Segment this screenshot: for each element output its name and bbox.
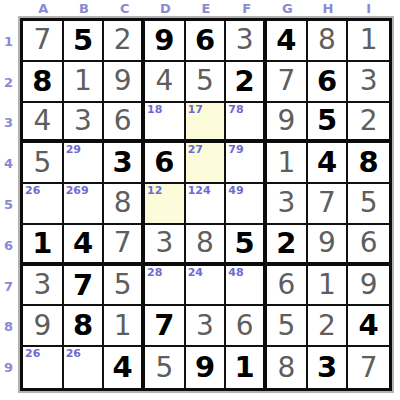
cell-D5[interactable]: 12	[145, 184, 186, 225]
cell-value: 8	[32, 67, 52, 96]
cell-I7[interactable]: 9	[348, 266, 389, 307]
cell-value: 8	[359, 148, 379, 177]
column-label-D: D	[145, 1, 186, 17]
pencil-marks: 27	[188, 144, 203, 156]
cell-F7[interactable]: 48	[226, 266, 267, 307]
cell-value: 3	[360, 67, 378, 95]
cell-I9[interactable]: 7	[348, 347, 389, 388]
cell-value: 2	[276, 229, 296, 258]
cell-value: 7	[277, 67, 295, 95]
cell-H5[interactable]: 7	[308, 184, 349, 225]
sudoku-app: ABCDEFGHI 123456789 75296348181945276343…	[0, 0, 400, 400]
cell-I4[interactable]: 8	[348, 143, 389, 184]
cell-E2[interactable]: 5	[186, 62, 227, 103]
cell-I6[interactable]: 6	[348, 225, 389, 266]
cell-value: 3	[74, 107, 92, 135]
cell-value: 3	[113, 148, 133, 177]
cell-value: 4	[73, 229, 93, 258]
column-label-A: A	[23, 1, 64, 17]
cell-C7[interactable]: 5	[104, 266, 145, 307]
cell-D8[interactable]: 7	[145, 306, 186, 347]
pencil-marks: 17	[188, 104, 203, 116]
cell-H3[interactable]: 5	[308, 103, 349, 144]
cell-value: 3	[317, 353, 337, 382]
cell-value: 4	[155, 67, 173, 95]
column-label-G: G	[267, 1, 308, 17]
cell-G3[interactable]: 9	[267, 103, 308, 144]
cell-value: 8	[277, 354, 295, 382]
cell-I8[interactable]: 4	[348, 306, 389, 347]
cell-value: 6	[317, 67, 337, 96]
cell-value: 6	[277, 271, 295, 299]
cell-value: 5	[114, 271, 132, 299]
cell-value: 4	[113, 353, 133, 382]
cell-value: 3	[33, 271, 51, 299]
cell-F2[interactable]: 2	[226, 62, 267, 103]
cell-value: 7	[114, 229, 132, 257]
cell-G6[interactable]: 2	[267, 225, 308, 266]
column-label-B: B	[64, 1, 105, 17]
cell-value: 6	[154, 148, 174, 177]
cell-value: 5	[360, 189, 378, 217]
pencil-marks: 48	[228, 267, 243, 279]
cell-H6[interactable]: 9	[308, 225, 349, 266]
cell-B4[interactable]: 29	[64, 143, 105, 184]
cell-D4[interactable]: 6	[145, 143, 186, 184]
cell-value: 3	[155, 229, 173, 257]
cell-C8[interactable]: 1	[104, 306, 145, 347]
cell-E3[interactable]: 17	[186, 103, 227, 144]
column-label-H: H	[308, 1, 349, 17]
cell-value: 8	[114, 189, 132, 217]
cell-E9[interactable]: 9	[186, 347, 227, 388]
cell-A7[interactable]: 3	[23, 266, 64, 307]
cell-value: 9	[277, 107, 295, 135]
cell-C4[interactable]: 3	[104, 143, 145, 184]
cell-B6[interactable]: 4	[64, 225, 105, 266]
cell-value: 7	[73, 271, 93, 300]
cell-B7[interactable]: 7	[64, 266, 105, 307]
cell-value: 5	[73, 26, 93, 55]
cell-value: 4	[317, 148, 337, 177]
cell-I3[interactable]: 2	[348, 103, 389, 144]
cell-value: 2	[114, 26, 132, 54]
cell-G8[interactable]: 5	[267, 306, 308, 347]
cell-A6[interactable]: 1	[23, 225, 64, 266]
cell-value: 9	[33, 312, 51, 340]
cell-B9[interactable]: 26	[64, 347, 105, 388]
cell-C3[interactable]: 6	[104, 103, 145, 144]
cell-value: 1	[360, 26, 378, 54]
cell-value: 5	[277, 312, 295, 340]
cell-F1[interactable]: 3	[226, 21, 267, 62]
pencil-marks: 26	[25, 348, 40, 360]
pencil-marks: 49	[228, 185, 243, 197]
cell-value: 2	[235, 67, 255, 96]
cell-G4[interactable]: 1	[267, 143, 308, 184]
cell-value: 6	[114, 107, 132, 135]
cell-E1[interactable]: 6	[186, 21, 227, 62]
pencil-marks: 269	[66, 185, 89, 197]
cell-value: 6	[195, 26, 215, 55]
cell-value: 4	[33, 107, 51, 135]
cell-A1[interactable]: 7	[23, 21, 64, 62]
cell-H7[interactable]: 1	[308, 266, 349, 307]
pencil-marks: 29	[66, 144, 81, 156]
pencil-marks: 28	[147, 267, 162, 279]
cell-value: 5	[155, 354, 173, 382]
cell-value: 9	[114, 67, 132, 95]
cell-I2[interactable]: 3	[348, 62, 389, 103]
cell-H2[interactable]: 6	[308, 62, 349, 103]
cell-F8[interactable]: 6	[226, 306, 267, 347]
cell-value: 5	[196, 67, 214, 95]
cell-C6[interactable]: 7	[104, 225, 145, 266]
row-label-7: 7	[0, 266, 17, 307]
cell-C1[interactable]: 2	[104, 21, 145, 62]
cell-value: 6	[236, 312, 254, 340]
cell-B2[interactable]: 1	[64, 62, 105, 103]
cell-value: 2	[360, 107, 378, 135]
cell-value: 3	[236, 26, 254, 54]
sudoku-grid: 7529634818194527634361817789525293627791…	[20, 18, 392, 391]
pencil-marks: 78	[228, 104, 243, 116]
cell-A5[interactable]: 26	[23, 184, 64, 225]
pencil-marks: 24	[188, 267, 203, 279]
cell-I5[interactable]: 5	[348, 184, 389, 225]
cell-A4[interactable]: 5	[23, 143, 64, 184]
cell-value: 9	[154, 26, 174, 55]
row-label-1: 1	[0, 21, 17, 62]
cell-F5[interactable]: 49	[226, 184, 267, 225]
cell-value: 1	[114, 312, 132, 340]
cell-H1[interactable]: 8	[308, 21, 349, 62]
cell-D1[interactable]: 9	[145, 21, 186, 62]
cell-value: 4	[276, 26, 296, 55]
cell-value: 1	[277, 149, 295, 177]
cell-D7[interactable]: 28	[145, 266, 186, 307]
cell-value: 9	[195, 353, 215, 382]
row-label-8: 8	[0, 306, 17, 347]
cell-G2[interactable]: 7	[267, 62, 308, 103]
cell-value: 9	[360, 271, 378, 299]
row-label-6: 6	[0, 225, 17, 266]
cell-value: 7	[318, 189, 336, 217]
cell-value: 9	[318, 229, 336, 257]
cell-D9[interactable]: 5	[145, 347, 186, 388]
cell-A8[interactable]: 9	[23, 306, 64, 347]
cell-value: 5	[235, 229, 255, 258]
pencil-marks: 124	[188, 185, 211, 197]
cell-B5[interactable]: 269	[64, 184, 105, 225]
cell-F4[interactable]: 79	[226, 143, 267, 184]
cell-A3[interactable]: 4	[23, 103, 64, 144]
cell-H8[interactable]: 2	[308, 306, 349, 347]
cell-E4[interactable]: 27	[186, 143, 227, 184]
cell-value: 8	[318, 26, 336, 54]
column-label-I: I	[348, 1, 389, 17]
cell-value: 3	[196, 312, 214, 340]
cell-value: 5	[317, 106, 337, 135]
row-label-4: 4	[0, 143, 17, 184]
cell-D6[interactable]: 3	[145, 225, 186, 266]
cell-C9[interactable]: 4	[104, 347, 145, 388]
column-label-F: F	[226, 1, 267, 17]
cell-E6[interactable]: 8	[186, 225, 227, 266]
cell-F3[interactable]: 78	[226, 103, 267, 144]
pencil-marks: 79	[228, 144, 243, 156]
column-labels: ABCDEFGHI	[23, 1, 389, 17]
cell-value: 1	[318, 271, 336, 299]
pencil-marks: 18	[147, 104, 162, 116]
cell-A9[interactable]: 26	[23, 347, 64, 388]
cell-B3[interactable]: 3	[64, 103, 105, 144]
row-labels: 123456789	[0, 21, 17, 388]
row-label-9: 9	[0, 347, 17, 388]
cell-E8[interactable]: 3	[186, 306, 227, 347]
cell-F9[interactable]: 1	[226, 347, 267, 388]
row-label-5: 5	[0, 184, 17, 225]
column-label-C: C	[104, 1, 145, 17]
column-label-E: E	[186, 1, 227, 17]
pencil-marks: 26	[66, 348, 81, 360]
cell-E5[interactable]: 124	[186, 184, 227, 225]
cell-B1[interactable]: 5	[64, 21, 105, 62]
row-label-2: 2	[0, 62, 17, 103]
cell-value: 7	[360, 354, 378, 382]
cell-E7[interactable]: 24	[186, 266, 227, 307]
cell-G1[interactable]: 4	[267, 21, 308, 62]
cell-C2[interactable]: 9	[104, 62, 145, 103]
cell-D2[interactable]: 4	[145, 62, 186, 103]
cell-value: 8	[73, 311, 93, 340]
cell-A2[interactable]: 8	[23, 62, 64, 103]
pencil-marks: 12	[147, 185, 162, 197]
cell-G7[interactable]: 6	[267, 266, 308, 307]
cell-value: 6	[360, 229, 378, 257]
cell-value: 1	[235, 353, 255, 382]
cell-H9[interactable]: 3	[308, 347, 349, 388]
cell-value: 7	[33, 26, 51, 54]
cell-G9[interactable]: 8	[267, 347, 308, 388]
cell-value: 3	[277, 189, 295, 217]
cell-B8[interactable]: 8	[64, 306, 105, 347]
cell-value: 4	[359, 311, 379, 340]
cell-C5[interactable]: 8	[104, 184, 145, 225]
cell-H4[interactable]: 4	[308, 143, 349, 184]
cell-value: 1	[74, 67, 92, 95]
cell-I1[interactable]: 1	[348, 21, 389, 62]
cell-value: 8	[196, 229, 214, 257]
cell-F6[interactable]: 5	[226, 225, 267, 266]
cell-value: 7	[154, 311, 174, 340]
pencil-marks: 26	[25, 185, 40, 197]
cell-value: 1	[32, 229, 52, 258]
row-label-3: 3	[0, 103, 17, 144]
cell-value: 5	[33, 149, 51, 177]
cell-value: 2	[318, 312, 336, 340]
cell-G5[interactable]: 3	[267, 184, 308, 225]
cell-D3[interactable]: 18	[145, 103, 186, 144]
